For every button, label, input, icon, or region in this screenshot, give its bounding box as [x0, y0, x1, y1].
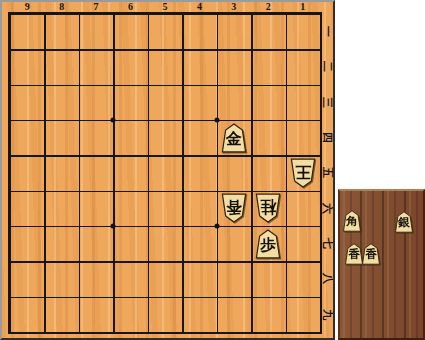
square-2-1[interactable]: [251, 14, 285, 49]
square-7-7[interactable]: [79, 226, 113, 261]
board-squares: [10, 14, 320, 332]
rank-label-slot: 五: [320, 155, 334, 190]
square-5-8[interactable]: [148, 261, 182, 296]
square-8-6[interactable]: [44, 191, 78, 226]
rank-label-2: 二: [320, 61, 335, 72]
piece-pawn[interactable]: 歩: [255, 228, 281, 259]
square-4-7[interactable]: [182, 226, 216, 261]
rank-label-slot: 一: [320, 14, 334, 49]
rank-label-slot: 六: [320, 191, 334, 226]
square-7-4[interactable]: [79, 120, 113, 155]
square-1-7[interactable]: [286, 226, 320, 261]
rank-label-4: 四: [320, 132, 335, 143]
svg-text:香: 香: [226, 198, 243, 217]
square-7-9[interactable]: [79, 297, 113, 332]
square-7-3[interactable]: [79, 85, 113, 120]
square-9-8[interactable]: [10, 261, 44, 296]
square-2-5[interactable]: [251, 155, 285, 190]
square-4-8[interactable]: [182, 261, 216, 296]
rank-label-slot: 三: [320, 85, 334, 120]
square-7-1[interactable]: [79, 14, 113, 49]
square-2-8[interactable]: [251, 261, 285, 296]
square-4-5[interactable]: [182, 155, 216, 190]
rank-label-6: 六: [320, 203, 335, 214]
file-label-4: 4: [182, 1, 216, 13]
square-9-4[interactable]: [10, 120, 44, 155]
file-label-7: 7: [79, 1, 113, 13]
piece-king[interactable]: 王: [290, 158, 316, 189]
square-6-1[interactable]: [113, 14, 147, 49]
square-3-5[interactable]: [217, 155, 251, 190]
square-5-6[interactable]: [148, 191, 182, 226]
hand-piece-lance[interactable]: 香: [362, 242, 381, 267]
square-9-3[interactable]: [10, 85, 44, 120]
rank-labels: 一二三四五六七八九: [320, 14, 334, 332]
star-point: [111, 224, 116, 229]
square-3-1[interactable]: [217, 14, 251, 49]
shogi-board: 987654321 一二三四五六七八九 金王香桂歩: [0, 0, 335, 340]
square-8-9[interactable]: [44, 297, 78, 332]
square-1-4[interactable]: [286, 120, 320, 155]
square-5-9[interactable]: [148, 297, 182, 332]
square-8-5[interactable]: [44, 155, 78, 190]
square-1-6[interactable]: [286, 191, 320, 226]
square-6-7[interactable]: [113, 226, 147, 261]
rank-label-5: 五: [320, 167, 335, 178]
rank-label-slot: 八: [320, 261, 334, 296]
svg-text:銀: 銀: [397, 215, 410, 229]
square-5-1[interactable]: [148, 14, 182, 49]
rank-label-8: 八: [320, 273, 335, 284]
piece-stand: 角銀香香: [338, 189, 425, 340]
square-8-2[interactable]: [44, 49, 78, 84]
hand-piece-bishop[interactable]: 角: [343, 209, 362, 234]
square-3-7[interactable]: [217, 226, 251, 261]
piece-gold[interactable]: 金: [221, 122, 247, 153]
square-7-6[interactable]: [79, 191, 113, 226]
svg-text:歩: 歩: [259, 235, 276, 254]
square-4-2[interactable]: [182, 49, 216, 84]
square-1-2[interactable]: [286, 49, 320, 84]
star-point: [214, 118, 219, 123]
rank-label-slot: 九: [320, 297, 334, 332]
square-5-7[interactable]: [148, 226, 182, 261]
hand-pieces: 角銀香香: [338, 189, 425, 340]
svg-text:香: 香: [365, 247, 377, 261]
square-3-8[interactable]: [217, 261, 251, 296]
square-2-9[interactable]: [251, 297, 285, 332]
star-point: [111, 118, 116, 123]
hand-piece-silver[interactable]: 銀: [395, 210, 414, 235]
square-4-4[interactable]: [182, 120, 216, 155]
square-4-3[interactable]: [182, 85, 216, 120]
star-point: [214, 224, 219, 229]
square-8-1[interactable]: [44, 14, 78, 49]
square-1-3[interactable]: [286, 85, 320, 120]
rank-label-9: 九: [320, 309, 335, 320]
square-8-4[interactable]: [44, 120, 78, 155]
square-3-2[interactable]: [217, 49, 251, 84]
svg-text:角: 角: [345, 214, 358, 228]
square-8-3[interactable]: [44, 85, 78, 120]
square-9-7[interactable]: [10, 226, 44, 261]
square-6-3[interactable]: [113, 85, 147, 120]
square-9-6[interactable]: [10, 191, 44, 226]
rank-label-3: 三: [320, 97, 335, 108]
square-2-4[interactable]: [251, 120, 285, 155]
square-9-2[interactable]: [10, 49, 44, 84]
square-5-4[interactable]: [148, 120, 182, 155]
square-6-2[interactable]: [113, 49, 147, 84]
file-label-1: 1: [286, 1, 320, 13]
square-6-4[interactable]: [113, 120, 147, 155]
square-7-5[interactable]: [79, 155, 113, 190]
square-9-1[interactable]: [10, 14, 44, 49]
svg-text:桂: 桂: [260, 198, 277, 217]
square-5-2[interactable]: [148, 49, 182, 84]
square-6-6[interactable]: [113, 191, 147, 226]
square-2-2[interactable]: [251, 49, 285, 84]
square-3-3[interactable]: [217, 85, 251, 120]
square-4-6[interactable]: [182, 191, 216, 226]
rank-label-slot: 七: [320, 226, 334, 261]
square-1-1[interactable]: [286, 14, 320, 49]
square-9-9[interactable]: [10, 297, 44, 332]
svg-text:金: 金: [225, 129, 242, 148]
file-label-3: 3: [217, 1, 251, 13]
square-6-9[interactable]: [113, 297, 147, 332]
square-7-2[interactable]: [79, 49, 113, 84]
square-7-8[interactable]: [79, 261, 113, 296]
file-label-6: 6: [113, 1, 147, 13]
piece-knight[interactable]: 桂: [255, 193, 281, 224]
square-6-8[interactable]: [113, 261, 147, 296]
square-9-5[interactable]: [10, 155, 44, 190]
square-2-3[interactable]: [251, 85, 285, 120]
file-labels: 987654321: [10, 1, 320, 13]
square-5-3[interactable]: [148, 85, 182, 120]
square-6-5[interactable]: [113, 155, 147, 190]
svg-text:王: 王: [295, 163, 312, 182]
square-8-7[interactable]: [44, 226, 78, 261]
file-label-9: 9: [10, 1, 44, 13]
square-1-9[interactable]: [286, 297, 320, 332]
square-4-1[interactable]: [182, 14, 216, 49]
piece-lance[interactable]: 香: [221, 193, 247, 224]
svg-text:香: 香: [348, 247, 360, 261]
square-8-8[interactable]: [44, 261, 78, 296]
file-label-5: 5: [148, 1, 182, 13]
rank-label-slot: 二: [320, 49, 334, 84]
rank-label-7: 七: [320, 238, 335, 249]
file-label-2: 2: [251, 1, 285, 13]
file-label-8: 8: [44, 1, 78, 13]
square-1-8[interactable]: [286, 261, 320, 296]
square-3-9[interactable]: [217, 297, 251, 332]
square-5-5[interactable]: [148, 155, 182, 190]
rank-label-slot: 四: [320, 120, 334, 155]
square-4-9[interactable]: [182, 297, 216, 332]
rank-label-1: 一: [320, 26, 335, 37]
